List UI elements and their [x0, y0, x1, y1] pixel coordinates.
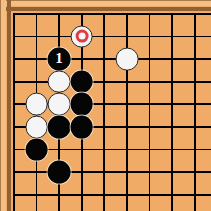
move-number-label: 1 [55, 51, 63, 66]
black-stone [70, 115, 93, 138]
white-stone [70, 25, 93, 48]
white-stone [48, 70, 71, 93]
black-stone [25, 138, 48, 161]
white-stone [115, 48, 138, 71]
black-stone [70, 93, 93, 116]
white-stone [25, 93, 48, 116]
white-stone [48, 93, 71, 116]
go-board-diagram: 1 [0, 0, 211, 211]
black-stone: 1 [48, 48, 71, 71]
black-stone [48, 115, 71, 138]
white-stone [25, 115, 48, 138]
black-stone [48, 161, 71, 184]
black-stone [70, 70, 93, 93]
stones-layer: 1 [0, 0, 211, 211]
circle-mark [75, 30, 88, 43]
